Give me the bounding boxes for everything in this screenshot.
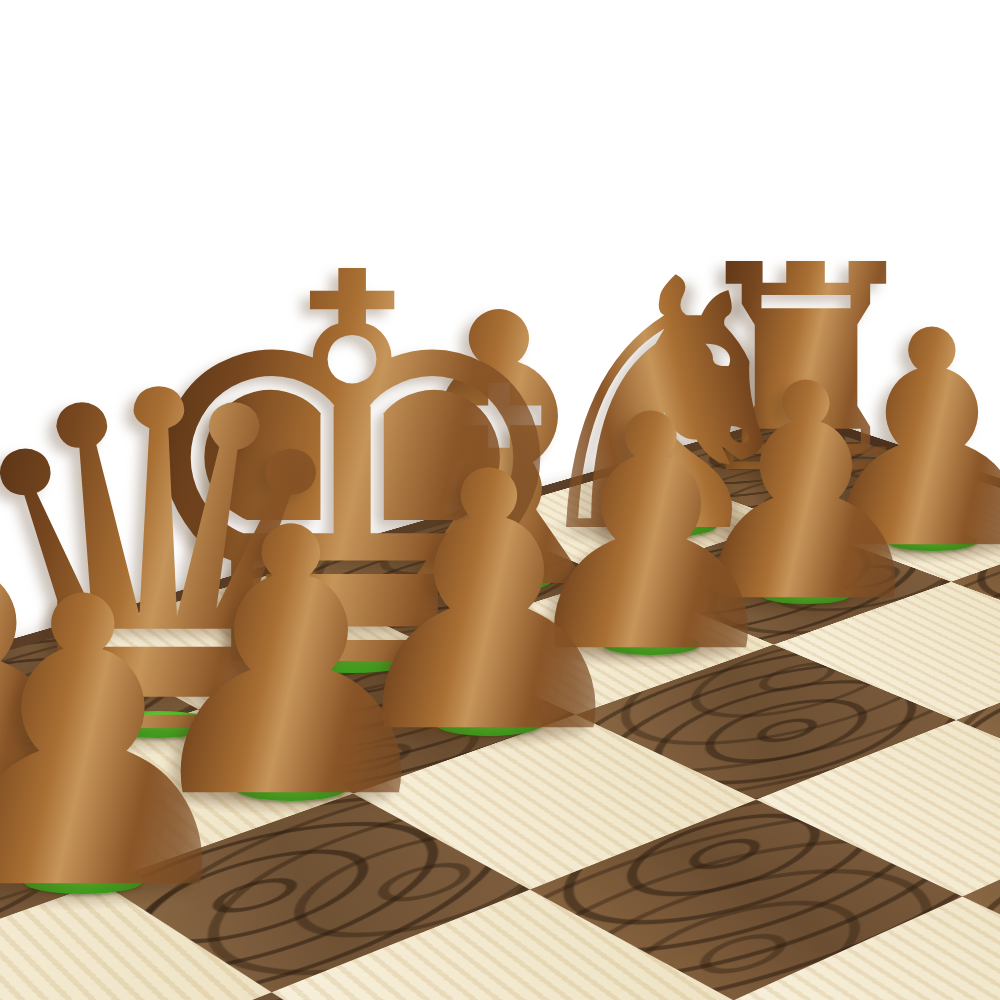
board-grid bbox=[0, 421, 1000, 1000]
chess-set-product-photo: ♟♟♛♟♚♟♝♟♞♟♜♟ bbox=[0, 0, 1000, 1000]
chess-board bbox=[0, 412, 1000, 1000]
